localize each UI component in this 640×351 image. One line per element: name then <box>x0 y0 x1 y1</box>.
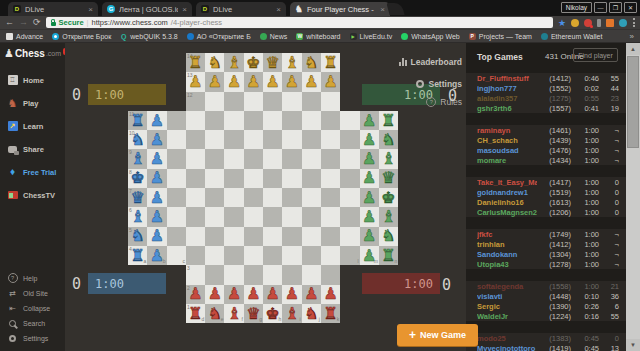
square-l10[interactable] <box>340 130 359 149</box>
tab-2[interactable]: GЛента | GOLOS.io Б× <box>102 2 192 16</box>
square-g14[interactable]: ♚ <box>244 53 263 72</box>
square-l11[interactable] <box>340 111 359 130</box>
square-h11[interactable] <box>263 111 282 130</box>
red-pawn[interactable]: ♟ <box>282 285 301 304</box>
player-row[interactable]: WaldeiJr(1224)0:1655 <box>466 311 626 321</box>
square-g5[interactable] <box>244 227 263 246</box>
restore-button[interactable]: ❐ <box>609 2 622 13</box>
square-i7[interactable] <box>282 188 301 207</box>
blue-queen[interactable]: ♛ <box>128 188 147 207</box>
green-king[interactable]: ♚ <box>379 188 398 207</box>
player-row[interactable]: Sergic(1390)0:266 <box>466 301 626 311</box>
square-k9[interactable] <box>321 149 340 168</box>
square-c8[interactable] <box>167 169 186 188</box>
green-pawn[interactable]: ♟ <box>360 111 379 130</box>
yellow-pawn[interactable]: ♟ <box>205 72 224 91</box>
address-bar[interactable]: Secure | https://www.chess.com /4-player… <box>46 17 553 28</box>
green-rook[interactable]: ♜ <box>379 246 398 265</box>
red-pawn[interactable]: ♟ <box>244 285 263 304</box>
square-k6[interactable] <box>321 207 340 226</box>
square-k11[interactable] <box>321 111 340 130</box>
square-i14[interactable]: ♝ <box>282 53 301 72</box>
player-row[interactable]: gshr3rth6(1557)0:4119 <box>466 103 626 113</box>
red-king[interactable]: ♚ <box>263 304 282 323</box>
player-row[interactable]: CH_schach(1439)1:00¬ <box>466 135 626 145</box>
square-k7[interactable] <box>321 188 340 207</box>
square-h6[interactable] <box>263 207 282 226</box>
square-g3[interactable] <box>244 265 263 284</box>
square-d7[interactable] <box>186 188 205 207</box>
square-b6[interactable]: ♟ <box>147 207 166 226</box>
player-row[interactable]: Sandokann(1304)1:00¬ <box>466 249 626 259</box>
square-h9[interactable] <box>263 149 282 168</box>
square-c5[interactable] <box>167 227 186 246</box>
square-i8[interactable] <box>282 169 301 188</box>
square-g7[interactable] <box>244 188 263 207</box>
square-d14[interactable]: 14♜ <box>186 53 205 72</box>
green-pawn[interactable]: ♟ <box>360 188 379 207</box>
square-e14[interactable]: ♞ <box>205 53 224 72</box>
tab-4[interactable]: ♞Four Player Chess -× <box>290 2 390 16</box>
square-c9[interactable] <box>167 149 186 168</box>
square-l6[interactable] <box>340 207 359 226</box>
green-knight[interactable]: ♞ <box>379 227 398 246</box>
back-icon[interactable]: ← <box>5 18 14 27</box>
square-i12[interactable] <box>282 92 301 111</box>
square-h10[interactable] <box>263 130 282 149</box>
square-f14[interactable]: ♝ <box>224 53 243 72</box>
blue-pawn[interactable]: ♟ <box>147 246 166 265</box>
red-pawn[interactable]: ♟ <box>205 285 224 304</box>
square-m5[interactable]: ♟ <box>360 227 379 246</box>
square-f10[interactable] <box>224 130 243 149</box>
square-h13[interactable]: ♟ <box>263 72 282 91</box>
square-g2[interactable]: ♟ <box>244 285 263 304</box>
player-row[interactable]: Danielinho16(1613)1:000 <box>466 197 626 207</box>
square-i6[interactable] <box>282 207 301 226</box>
square-e6[interactable] <box>205 207 224 226</box>
player-row[interactable]: Myvecinotottoro(1419)0:4513 <box>466 343 626 351</box>
tab-close-icon[interactable]: × <box>182 5 187 14</box>
sidebar-item-search[interactable]: Search <box>7 316 45 330</box>
sidebar-item-settings[interactable]: Settings <box>7 331 48 345</box>
yellow-pawn[interactable]: ♟ <box>244 72 263 91</box>
tab-close-icon[interactable]: × <box>276 5 281 14</box>
yellow-pawn[interactable]: ♟ <box>282 72 301 91</box>
red-pawn[interactable]: ♟ <box>302 285 321 304</box>
square-e9[interactable] <box>205 149 224 168</box>
player-row[interactable]: trinhlan(1412)1:00¬ <box>466 239 626 249</box>
square-j9[interactable] <box>302 149 321 168</box>
square-f6[interactable] <box>224 207 243 226</box>
square-d9[interactable] <box>186 149 205 168</box>
bookmark-item[interactable]: Advance <box>6 33 43 40</box>
player-row[interactable]: modo25(1383)0:450 <box>466 333 626 343</box>
square-e10[interactable] <box>205 130 224 149</box>
red-pawn[interactable]: ♟ <box>186 285 205 304</box>
square-d11[interactable] <box>186 111 205 130</box>
player-row[interactable]: softalegenda(1558)1:0021 <box>466 281 626 291</box>
square-f11[interactable] <box>224 111 243 130</box>
sidebar-item-help[interactable]: ?Help <box>7 271 37 285</box>
green-rook[interactable]: ♜ <box>379 111 398 130</box>
sidebar-item-share[interactable]: Share <box>7 142 44 156</box>
square-c11[interactable] <box>167 111 186 130</box>
bookmark-item[interactable]: Ethereum Wallet <box>541 33 602 40</box>
square-k2[interactable]: ♟ <box>321 285 340 304</box>
player-row[interactable]: goldnandrew1(1519)1:000 <box>466 187 626 197</box>
player-row[interactable]: Take_It_Easy_Mate(1417)1:000 <box>466 177 626 187</box>
square-m11[interactable]: ♟ <box>360 111 379 130</box>
red-rook[interactable]: ♜ <box>186 304 205 323</box>
square-e5[interactable] <box>205 227 224 246</box>
green-bishop[interactable]: ♝ <box>379 149 398 168</box>
square-c7[interactable] <box>167 188 186 207</box>
square-g8[interactable] <box>244 169 263 188</box>
square-m7[interactable]: ♟ <box>360 188 379 207</box>
leaderboard-link[interactable]: Leaderboard <box>399 57 463 67</box>
square-e13[interactable]: ♟ <box>205 72 224 91</box>
square-e1[interactable]: e♞ <box>205 304 224 323</box>
minimize-button[interactable]: — <box>594 2 607 13</box>
square-m10[interactable]: ♟ <box>360 130 379 149</box>
square-c4[interactable]: c <box>167 246 186 265</box>
square-k14[interactable]: ♜ <box>321 53 340 72</box>
red-pawn[interactable]: ♟ <box>263 285 282 304</box>
square-j5[interactable] <box>302 227 321 246</box>
square-f7[interactable] <box>224 188 243 207</box>
bookmark-item[interactable]: Открытие Брок <box>52 33 111 40</box>
extension-icon-1[interactable] <box>571 19 579 27</box>
blue-knight[interactable]: ♞ <box>128 227 147 246</box>
close-button[interactable]: ✕ <box>624 2 637 13</box>
scroll-down-icon[interactable]: ▼ <box>626 339 640 351</box>
square-f8[interactable] <box>224 169 243 188</box>
red-rook[interactable]: ♜ <box>321 304 340 323</box>
square-d10[interactable] <box>186 130 205 149</box>
square-f4[interactable] <box>224 246 243 265</box>
yellow-rook[interactable]: ♜ <box>321 53 340 72</box>
yellow-pawn[interactable]: ♟ <box>224 72 243 91</box>
square-a5[interactable]: 5♞ <box>128 227 147 246</box>
green-pawn[interactable]: ♟ <box>360 169 379 188</box>
sidebar-item-home[interactable]: ♖Home <box>7 73 44 87</box>
square-b10[interactable]: ♟ <box>147 130 166 149</box>
yellow-pawn[interactable]: ♟ <box>321 72 340 91</box>
bookmark-item[interactable]: QwebQUIK 5.3.8 <box>120 33 177 40</box>
square-l8[interactable] <box>340 169 359 188</box>
square-e12[interactable] <box>205 92 224 111</box>
square-g9[interactable] <box>244 149 263 168</box>
bookmark-item[interactable]: WhatsApp Web <box>401 33 460 40</box>
square-i11[interactable] <box>282 111 301 130</box>
yellow-knight[interactable]: ♞ <box>302 53 321 72</box>
player-row[interactable]: raminayn(1461)1:00¬ <box>466 125 626 135</box>
red-knight[interactable]: ♞ <box>205 304 224 323</box>
square-a10[interactable]: 10♞ <box>128 130 147 149</box>
sidebar-item-chesstv[interactable]: ChessTV <box>7 188 55 202</box>
square-j7[interactable] <box>302 188 321 207</box>
yellow-pawn[interactable]: ♟ <box>302 72 321 91</box>
square-j14[interactable]: ♞ <box>302 53 321 72</box>
player-row[interactable]: Dr_Fluffinstuff(1412)0:4655 <box>466 73 626 83</box>
game-group[interactable]: raminayn(1461)1:00¬CH_schach(1439)1:00¬m… <box>466 125 626 165</box>
square-h14[interactable]: ♛ <box>263 53 282 72</box>
square-e11[interactable] <box>205 111 224 130</box>
square-d13[interactable]: 13♟ <box>186 72 205 91</box>
square-h7[interactable] <box>263 188 282 207</box>
player-row[interactable]: masoudsad(1476)1:00¬ <box>466 145 626 155</box>
square-e4[interactable] <box>205 246 224 265</box>
yellow-queen[interactable]: ♛ <box>263 53 282 72</box>
square-f3[interactable] <box>224 265 243 284</box>
square-b7[interactable]: ♟ <box>147 188 166 207</box>
player-row[interactable]: CarlusMagnsen2(1206)1:000 <box>466 207 626 217</box>
bookmarks-overflow-icon[interactable]: » <box>630 32 634 41</box>
square-d6[interactable] <box>186 207 205 226</box>
square-b9[interactable]: ♟ <box>147 149 166 168</box>
yellow-king[interactable]: ♚ <box>244 53 263 72</box>
square-e2[interactable]: ♟ <box>205 285 224 304</box>
square-l9[interactable] <box>340 149 359 168</box>
square-a9[interactable]: 9♝ <box>128 149 147 168</box>
square-g4[interactable] <box>244 246 263 265</box>
square-k1[interactable]: k♜ <box>321 304 340 323</box>
square-n5[interactable]: ♞ <box>379 227 398 246</box>
square-h12[interactable] <box>263 92 282 111</box>
square-d8[interactable] <box>186 169 205 188</box>
square-e8[interactable] <box>205 169 224 188</box>
blue-pawn[interactable]: ♟ <box>147 130 166 149</box>
profile-button[interactable]: Nikolay <box>561 2 592 13</box>
blue-bishop[interactable]: ♝ <box>128 207 147 226</box>
square-k10[interactable] <box>321 130 340 149</box>
sidebar-item-old-site[interactable]: ⇄Old Site <box>7 286 48 300</box>
square-l5[interactable] <box>340 227 359 246</box>
square-a4[interactable]: 4a♜ <box>128 246 147 265</box>
square-f9[interactable] <box>224 149 243 168</box>
square-a6[interactable]: 6♝ <box>128 207 147 226</box>
square-d4[interactable] <box>186 246 205 265</box>
square-n8[interactable]: ♛ <box>379 169 398 188</box>
red-bishop[interactable]: ♝ <box>224 304 243 323</box>
square-e7[interactable] <box>205 188 224 207</box>
square-h1[interactable]: h♚ <box>263 304 282 323</box>
square-k5[interactable] <box>321 227 340 246</box>
game-group[interactable]: Take_It_Easy_Mate(1417)1:000goldnandrew1… <box>466 177 626 217</box>
scrollbar-thumb[interactable] <box>627 56 639 148</box>
square-i4[interactable] <box>282 246 301 265</box>
square-m6[interactable]: ♟ <box>360 207 379 226</box>
red-pawn[interactable]: ♟ <box>224 285 243 304</box>
square-j11[interactable] <box>302 111 321 130</box>
red-queen[interactable]: ♛ <box>244 304 263 323</box>
bookmark-item[interactable]: Wwhiteboard <box>296 33 340 40</box>
square-f12[interactable] <box>224 92 243 111</box>
square-k3[interactable] <box>321 265 340 284</box>
blue-pawn[interactable]: ♟ <box>147 169 166 188</box>
chesscom-logo[interactable]: ♟ Chess .com 1 <box>4 48 70 59</box>
square-e3[interactable] <box>205 265 224 284</box>
tab-3[interactable]: DDLive× <box>196 2 286 16</box>
square-c10[interactable] <box>167 130 186 149</box>
square-i13[interactable]: ♟ <box>282 72 301 91</box>
square-i10[interactable] <box>282 130 301 149</box>
square-a7[interactable]: 7♛ <box>128 188 147 207</box>
player-row[interactable]: Utopia43(1278)1:00¬ <box>466 259 626 269</box>
green-bishop[interactable]: ♝ <box>379 207 398 226</box>
tab-1[interactable]: DDLive× <box>8 2 98 16</box>
square-n9[interactable]: ♝ <box>379 149 398 168</box>
square-j3[interactable] <box>302 265 321 284</box>
new-tab-button[interactable] <box>386 3 404 15</box>
square-m8[interactable]: ♟ <box>360 169 379 188</box>
square-d5[interactable] <box>186 227 205 246</box>
bookmark-item[interactable]: News <box>260 33 288 40</box>
green-queen[interactable]: ♛ <box>379 169 398 188</box>
square-j4[interactable] <box>302 246 321 265</box>
square-h2[interactable]: ♟ <box>263 285 282 304</box>
square-b8[interactable]: ♟ <box>147 169 166 188</box>
square-i3[interactable] <box>282 265 301 284</box>
green-pawn[interactable]: ♟ <box>360 149 379 168</box>
square-c6[interactable] <box>167 207 186 226</box>
square-m4[interactable]: m♟ <box>360 246 379 265</box>
square-l4[interactable]: l <box>340 246 359 265</box>
yellow-knight[interactable]: ♞ <box>205 53 224 72</box>
square-j2[interactable]: ♟ <box>302 285 321 304</box>
yellow-rook[interactable]: ♜ <box>186 53 205 72</box>
square-i2[interactable]: ♟ <box>282 285 301 304</box>
red-pawn[interactable]: ♟ <box>321 285 340 304</box>
square-j12[interactable] <box>302 92 321 111</box>
player-row[interactable]: jfkfc(1749)1:00¬ <box>466 229 626 239</box>
bookmark-item[interactable]: АО «Открытие Б <box>187 33 251 40</box>
square-d2[interactable]: 2♟ <box>186 285 205 304</box>
game-group[interactable]: softalegenda(1558)1:0021vislavti(1448)0:… <box>466 281 626 321</box>
square-n11[interactable]: ♜ <box>379 111 398 130</box>
square-d3[interactable]: 3 <box>186 265 205 284</box>
browser-menu-icon[interactable] <box>632 18 635 27</box>
green-pawn[interactable]: ♟ <box>360 246 379 265</box>
square-d12[interactable]: 12 <box>186 92 205 111</box>
square-j13[interactable]: ♟ <box>302 72 321 91</box>
extension-icon-2[interactable] <box>584 19 592 27</box>
yellow-pawn[interactable]: ♟ <box>263 72 282 91</box>
extension-icon-4[interactable] <box>606 19 614 27</box>
square-g10[interactable] <box>244 130 263 149</box>
square-i9[interactable] <box>282 149 301 168</box>
square-j1[interactable]: j♞ <box>302 304 321 323</box>
player-row[interactable]: alaladin357(1275)0:5523 <box>466 93 626 103</box>
square-g13[interactable]: ♟ <box>244 72 263 91</box>
sidebar-item-collapse[interactable]: ⇤Collapse <box>7 301 50 315</box>
bookmark-item[interactable]: PProjects — Team <box>469 33 532 40</box>
extension-icon-3[interactable] <box>597 19 601 27</box>
square-h3[interactable] <box>263 265 282 284</box>
green-pawn[interactable]: ♟ <box>360 227 379 246</box>
refresh-icon[interactable]: ⟳ <box>33 18 41 27</box>
square-j10[interactable] <box>302 130 321 149</box>
blue-knight[interactable]: ♞ <box>128 130 147 149</box>
player-row[interactable]: vislavti(1448)0:1036 <box>466 291 626 301</box>
square-f2[interactable]: ♟ <box>224 285 243 304</box>
tab-close-icon[interactable]: × <box>88 5 93 14</box>
square-n7[interactable]: ♚ <box>379 188 398 207</box>
game-group[interactable]: jfkfc(1749)1:00¬trinhlan(1412)1:00¬Sando… <box>466 229 626 269</box>
blue-pawn[interactable]: ♟ <box>147 111 166 130</box>
square-m9[interactable]: ♟ <box>360 149 379 168</box>
game-group[interactable]: Dr_Fluffinstuff(1412)0:4655ingjhon777(15… <box>466 73 626 113</box>
square-l7[interactable] <box>340 188 359 207</box>
yellow-pawn[interactable]: ♟ <box>186 72 205 91</box>
bookmark-star-icon[interactable]: ★ <box>558 18 566 28</box>
square-a8[interactable]: 8♚ <box>128 169 147 188</box>
square-f5[interactable] <box>224 227 243 246</box>
player-row[interactable]: momare(1434)1:00¬ <box>466 155 626 165</box>
square-g11[interactable] <box>244 111 263 130</box>
green-pawn[interactable]: ♟ <box>360 207 379 226</box>
square-k12[interactable] <box>321 92 340 111</box>
square-k13[interactable]: ♟ <box>321 72 340 91</box>
square-a11[interactable]: 11♜ <box>128 111 147 130</box>
extension-icon-5[interactable] <box>619 19 627 27</box>
blue-pawn[interactable]: ♟ <box>147 149 166 168</box>
sidebar-item-learn[interactable]: ↗Learn <box>7 119 43 133</box>
page-scrollbar[interactable]: ▲ ▼ <box>626 43 640 351</box>
blue-bishop[interactable]: ♝ <box>128 149 147 168</box>
blue-pawn[interactable]: ♟ <box>147 227 166 246</box>
game-group[interactable]: modo25(1383)0:450Myvecinotottoro(1419)0:… <box>466 333 626 351</box>
square-b11[interactable]: ♟ <box>147 111 166 130</box>
sidebar-item-play[interactable]: ♞Play <box>7 96 38 110</box>
square-g12[interactable] <box>244 92 263 111</box>
square-h5[interactable] <box>263 227 282 246</box>
square-h8[interactable] <box>263 169 282 188</box>
green-knight[interactable]: ♞ <box>379 130 398 149</box>
player-row[interactable]: ingjhon777(1552)0:0244 <box>466 83 626 93</box>
blue-king[interactable]: ♚ <box>128 169 147 188</box>
square-n10[interactable]: ♞ <box>379 130 398 149</box>
square-i5[interactable] <box>282 227 301 246</box>
new-game-button[interactable]: + New Game <box>397 324 478 346</box>
yellow-bishop[interactable]: ♝ <box>282 53 301 72</box>
red-bishop[interactable]: ♝ <box>282 304 301 323</box>
square-b4[interactable]: b♟ <box>147 246 166 265</box>
blue-pawn[interactable]: ♟ <box>147 188 166 207</box>
find-player-button[interactable]: Find player <box>573 48 618 62</box>
tab-close-icon[interactable]: × <box>380 5 385 14</box>
square-g6[interactable] <box>244 207 263 226</box>
blue-rook[interactable]: ♜ <box>128 111 147 130</box>
scroll-up-icon[interactable]: ▲ <box>626 43 640 55</box>
square-g1[interactable]: g♛ <box>244 304 263 323</box>
square-d1[interactable]: 1d♜ <box>186 304 205 323</box>
blue-pawn[interactable]: ♟ <box>147 207 166 226</box>
square-n4[interactable]: n♜ <box>379 246 398 265</box>
square-j8[interactable] <box>302 169 321 188</box>
bookmark-item[interactable]: ▶LiveEdu.tv <box>350 33 393 40</box>
square-h4[interactable] <box>263 246 282 265</box>
square-i1[interactable]: i♝ <box>282 304 301 323</box>
square-f13[interactable]: ♟ <box>224 72 243 91</box>
square-j6[interactable] <box>302 207 321 226</box>
square-k4[interactable] <box>321 246 340 265</box>
square-n6[interactable]: ♝ <box>379 207 398 226</box>
red-knight[interactable]: ♞ <box>302 304 321 323</box>
blue-rook[interactable]: ♜ <box>128 246 147 265</box>
yellow-bishop[interactable]: ♝ <box>224 53 243 72</box>
